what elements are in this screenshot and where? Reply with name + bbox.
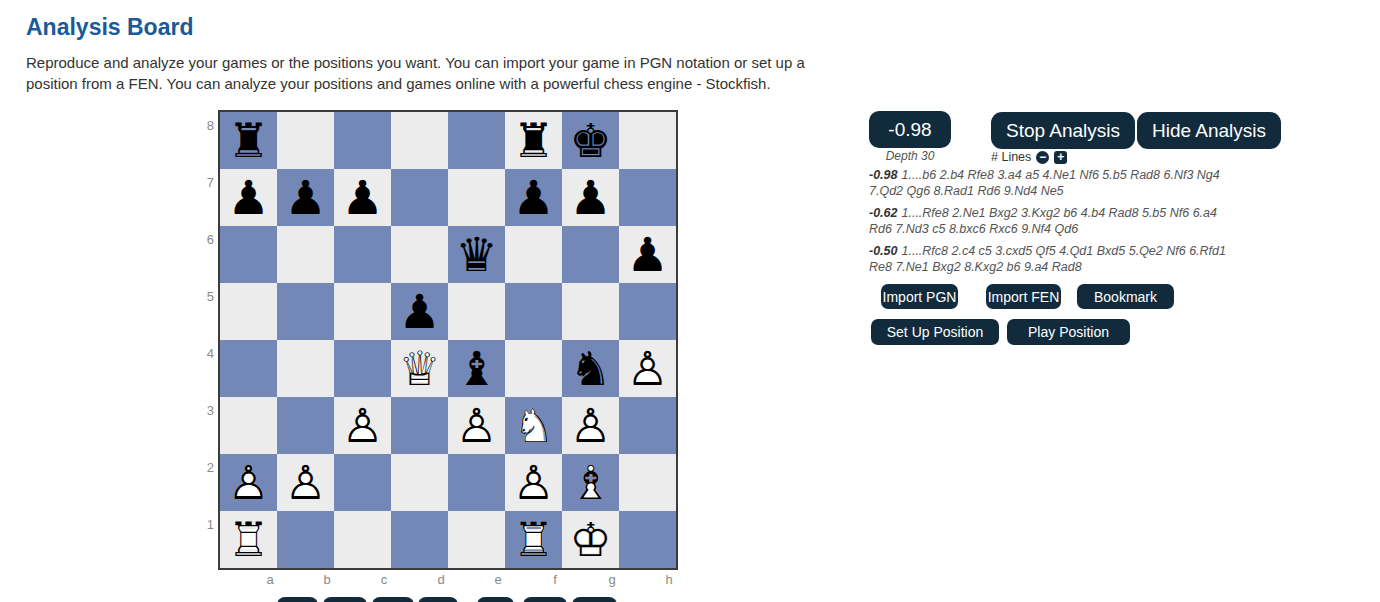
square-c7[interactable]: ♟ <box>334 169 391 226</box>
black-pawn[interactable]: ♟ <box>626 226 668 283</box>
import-pgn-button[interactable]: Import PGN <box>881 284 958 309</box>
square-e2[interactable] <box>448 454 505 511</box>
square-b5[interactable] <box>277 283 334 340</box>
square-d5[interactable]: ♟ <box>391 283 448 340</box>
square-g8[interactable]: ♚ <box>562 112 619 169</box>
square-a2[interactable]: ♟♙ <box>220 454 277 511</box>
white-pawn[interactable]: ♟♙ <box>227 454 269 511</box>
engine-line-1[interactable]: -0.981....b6 2.b4 Rfe8 3.a4 a5 4.Ne1 Nf6… <box>869 167 1233 199</box>
square-b2[interactable]: ♟♙ <box>277 454 334 511</box>
lines-count-control: # Lines − + <box>991 150 1067 164</box>
square-c1[interactable] <box>334 511 391 568</box>
black-pawn[interactable]: ♟ <box>569 169 611 226</box>
black-queen[interactable]: ♛ <box>455 226 497 283</box>
board-control-button-2[interactable] <box>323 597 367 602</box>
file-label-c: c <box>376 572 392 587</box>
engine-line-eval: -0.50 <box>869 244 898 258</box>
black-bishop[interactable]: ♝ <box>455 340 497 397</box>
square-g6[interactable] <box>562 226 619 283</box>
square-a4[interactable] <box>220 340 277 397</box>
square-g5[interactable] <box>562 283 619 340</box>
square-b6[interactable] <box>277 226 334 283</box>
white-pawn[interactable]: ♟♙ <box>341 397 383 454</box>
square-f6[interactable] <box>505 226 562 283</box>
chess-board-grid: ♜♜♚♟♟♟♟♟♛♟♟♛♕♝♞♟♙♟♙♟♙♞♘♟♙♟♙♟♙♟♙♝♗♜♖♜♖♚♔ <box>220 112 676 568</box>
square-d2[interactable] <box>391 454 448 511</box>
square-f2[interactable]: ♟♙ <box>505 454 562 511</box>
chess-board: ♜♜♚♟♟♟♟♟♛♟♟♛♕♝♞♟♙♟♙♟♙♞♘♟♙♟♙♟♙♟♙♝♗♜♖♜♖♚♔ <box>218 110 678 570</box>
square-b3[interactable] <box>277 397 334 454</box>
square-c4[interactable] <box>334 340 391 397</box>
engine-line-moves: 1....b6 2.b4 Rfe8 3.a4 a5 4.Ne1 Nf6 5.b5… <box>869 168 1220 198</box>
white-pawn[interactable]: ♟♙ <box>512 454 554 511</box>
square-h4[interactable]: ♟♙ <box>619 340 676 397</box>
square-e8[interactable] <box>448 112 505 169</box>
white-rook[interactable]: ♜♖ <box>227 511 269 568</box>
square-a6[interactable] <box>220 226 277 283</box>
square-e6[interactable]: ♛ <box>448 226 505 283</box>
engine-lines: -0.981....b6 2.b4 Rfe8 3.a4 a5 4.Ne1 Nf6… <box>869 167 1233 281</box>
board-control-button-5[interactable] <box>477 597 514 602</box>
white-pawn[interactable]: ♟♙ <box>626 340 668 397</box>
engine-line-eval: -0.62 <box>869 206 898 220</box>
decrease-lines-icon[interactable]: − <box>1036 151 1049 164</box>
stop-analysis-button[interactable]: Stop Analysis <box>991 112 1135 149</box>
black-pawn[interactable]: ♟ <box>227 169 269 226</box>
rank-label-6: 6 <box>196 232 214 247</box>
increase-lines-icon[interactable]: + <box>1054 151 1067 164</box>
file-label-h: h <box>661 572 677 587</box>
square-f7[interactable]: ♟ <box>505 169 562 226</box>
square-a1[interactable]: ♜♖ <box>220 511 277 568</box>
black-pawn[interactable]: ♟ <box>512 169 554 226</box>
page-title: Analysis Board <box>26 14 193 41</box>
white-pawn[interactable]: ♟♙ <box>455 397 497 454</box>
square-e7[interactable] <box>448 169 505 226</box>
square-g4[interactable]: ♞ <box>562 340 619 397</box>
square-c2[interactable] <box>334 454 391 511</box>
black-rook[interactable]: ♜ <box>227 112 269 169</box>
rank-label-2: 2 <box>196 460 214 475</box>
rank-label-7: 7 <box>196 175 214 190</box>
engine-line-moves: 1....Rfe8 2.Ne1 Bxg2 3.Kxg2 b6 4.b4 Rad8… <box>869 206 1217 236</box>
square-a5[interactable] <box>220 283 277 340</box>
board-control-button-6[interactable] <box>523 597 567 602</box>
black-rook[interactable]: ♜ <box>512 112 554 169</box>
file-label-b: b <box>319 572 335 587</box>
board-control-button-3[interactable] <box>372 597 414 602</box>
square-a8[interactable]: ♜ <box>220 112 277 169</box>
black-knight[interactable]: ♞ <box>569 340 611 397</box>
board-control-button-7[interactable] <box>572 597 617 602</box>
square-a7[interactable]: ♟ <box>220 169 277 226</box>
square-d8[interactable] <box>391 112 448 169</box>
square-f8[interactable]: ♜ <box>505 112 562 169</box>
set-up-position-button[interactable]: Set Up Position <box>871 319 999 345</box>
square-f5[interactable] <box>505 283 562 340</box>
play-position-button[interactable]: Play Position <box>1007 319 1130 345</box>
rank-label-1: 1 <box>196 517 214 532</box>
square-h7[interactable] <box>619 169 676 226</box>
rank-label-4: 4 <box>196 346 214 361</box>
square-h6[interactable]: ♟ <box>619 226 676 283</box>
square-g1[interactable]: ♚♔ <box>562 511 619 568</box>
black-pawn[interactable]: ♟ <box>398 283 440 340</box>
engine-line-3[interactable]: -0.501....Rfc8 2.c4 c5 3.cxd5 Qf5 4.Qd1 … <box>869 243 1233 275</box>
file-label-f: f <box>547 572 563 587</box>
engine-line-moves: 1....Rfc8 2.c4 c5 3.cxd5 Qf5 4.Qd1 Bxd5 … <box>869 244 1226 274</box>
evaluation-badge: -0.98 <box>869 111 951 148</box>
square-f1[interactable]: ♜♖ <box>505 511 562 568</box>
board-control-button-4[interactable] <box>418 597 458 602</box>
square-d6[interactable] <box>391 226 448 283</box>
lines-label: # Lines <box>991 150 1031 164</box>
rank-label-8: 8 <box>196 118 214 133</box>
square-b1[interactable] <box>277 511 334 568</box>
square-e3[interactable]: ♟♙ <box>448 397 505 454</box>
rank-label-3: 3 <box>196 403 214 418</box>
bookmark-button[interactable]: Bookmark <box>1077 284 1174 309</box>
square-d7[interactable] <box>391 169 448 226</box>
rank-label-5: 5 <box>196 289 214 304</box>
board-control-button-1[interactable] <box>277 597 318 602</box>
file-label-g: g <box>604 572 620 587</box>
square-h3[interactable] <box>619 397 676 454</box>
white-bishop[interactable]: ♝♗ <box>569 454 611 511</box>
file-label-e: e <box>490 572 506 587</box>
white-pawn[interactable]: ♟♙ <box>284 454 326 511</box>
square-h1[interactable] <box>619 511 676 568</box>
square-a3[interactable] <box>220 397 277 454</box>
square-d1[interactable] <box>391 511 448 568</box>
square-g3[interactable]: ♟♙ <box>562 397 619 454</box>
square-f3[interactable]: ♞♘ <box>505 397 562 454</box>
square-c8[interactable] <box>334 112 391 169</box>
white-queen[interactable]: ♛♕ <box>398 340 440 397</box>
square-g7[interactable]: ♟ <box>562 169 619 226</box>
square-c6[interactable] <box>334 226 391 283</box>
analysis-board-page: Analysis Board Reproduce and analyze you… <box>0 0 1380 602</box>
square-b7[interactable]: ♟ <box>277 169 334 226</box>
square-e5[interactable] <box>448 283 505 340</box>
square-f4[interactable] <box>505 340 562 397</box>
hide-analysis-button[interactable]: Hide Analysis <box>1137 112 1281 149</box>
file-label-d: d <box>433 572 449 587</box>
engine-line-2[interactable]: -0.621....Rfe8 2.Ne1 Bxg2 3.Kxg2 b6 4.b4… <box>869 205 1233 237</box>
square-e1[interactable] <box>448 511 505 568</box>
black-pawn[interactable]: ♟ <box>284 169 326 226</box>
square-g2[interactable]: ♝♗ <box>562 454 619 511</box>
engine-line-eval: -0.98 <box>869 168 898 182</box>
square-h5[interactable] <box>619 283 676 340</box>
square-d3[interactable] <box>391 397 448 454</box>
square-b4[interactable] <box>277 340 334 397</box>
depth-label: Depth 30 <box>869 149 951 163</box>
square-h2[interactable] <box>619 454 676 511</box>
square-d4[interactable]: ♛♕ <box>391 340 448 397</box>
import-fen-button[interactable]: Import FEN <box>986 284 1061 309</box>
square-h8[interactable] <box>619 112 676 169</box>
square-c3[interactable]: ♟♙ <box>334 397 391 454</box>
black-pawn[interactable]: ♟ <box>341 169 383 226</box>
white-pawn[interactable]: ♟♙ <box>569 397 611 454</box>
white-knight[interactable]: ♞♘ <box>512 397 554 454</box>
white-king[interactable]: ♚♔ <box>569 511 611 568</box>
square-e4[interactable]: ♝ <box>448 340 505 397</box>
file-label-a: a <box>262 572 278 587</box>
page-description: Reproduce and analyze your games or the … <box>26 52 854 94</box>
black-king[interactable]: ♚ <box>569 112 611 169</box>
square-b8[interactable] <box>277 112 334 169</box>
square-c5[interactable] <box>334 283 391 340</box>
white-rook[interactable]: ♜♖ <box>512 511 554 568</box>
